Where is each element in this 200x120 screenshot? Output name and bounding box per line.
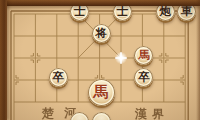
river-label-right: 漢界 — [135, 106, 169, 120]
xiangqi-board[interactable]: 楚河 漢界 士士炮車将馬卒卒馬 — [0, 0, 200, 120]
wood-frame-top — [0, 0, 200, 6]
piece-red-horse-e4[interactable]: 馬 — [88, 79, 115, 106]
piece-black-soldier-c3[interactable]: 卒 — [49, 68, 68, 87]
wood-frame-left — [0, 0, 7, 120]
piece-black-general-e1[interactable]: 将 — [92, 24, 111, 43]
wood-frame-right-shade — [196, 0, 200, 120]
